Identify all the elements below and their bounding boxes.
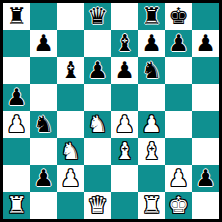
white-pawn: ♟ <box>60 165 81 192</box>
square-c2: ♟ <box>57 165 84 192</box>
square-f6: ♞ <box>138 57 165 84</box>
square-a1: ♜ <box>3 192 30 219</box>
square-f4: ♟ <box>138 111 165 138</box>
square-b1 <box>30 192 57 219</box>
square-b8 <box>30 3 57 30</box>
square-d5 <box>84 84 111 111</box>
square-c3: ♞ <box>57 138 84 165</box>
square-h8 <box>192 3 219 30</box>
black-pawn: ♟ <box>6 84 27 111</box>
square-c6: ♝ <box>57 57 84 84</box>
square-g7: ♟ <box>165 30 192 57</box>
square-e7: ♝ <box>111 30 138 57</box>
white-rook: ♜ <box>6 192 27 219</box>
square-f7: ♟ <box>138 30 165 57</box>
square-d8: ♛ <box>84 3 111 30</box>
square-h6 <box>192 57 219 84</box>
square-d4: ♞ <box>84 111 111 138</box>
black-pawn: ♟ <box>195 165 216 192</box>
square-d2 <box>84 165 111 192</box>
black-bishop: ♝ <box>114 30 135 57</box>
white-rook: ♜ <box>141 192 162 219</box>
square-a6 <box>3 57 30 84</box>
square-g2: ♟ <box>165 165 192 192</box>
square-e2 <box>111 165 138 192</box>
white-king: ♚ <box>168 192 189 219</box>
white-bishop: ♝ <box>114 138 135 165</box>
square-e5 <box>111 84 138 111</box>
chess-board: ♜♛♜♚♟♝♟♟♟♝♟♟♞♟♟♞♞♟♟♞♝♝♟♟♟♟♜♛♜♚ <box>3 3 219 219</box>
square-b4: ♞ <box>30 111 57 138</box>
square-c8 <box>57 3 84 30</box>
square-a4: ♟ <box>3 111 30 138</box>
white-knight: ♞ <box>87 111 108 138</box>
white-pawn: ♟ <box>141 111 162 138</box>
square-a5: ♟ <box>3 84 30 111</box>
square-a2 <box>3 165 30 192</box>
white-knight: ♞ <box>60 138 81 165</box>
square-c1 <box>57 192 84 219</box>
black-rook: ♜ <box>141 3 162 30</box>
black-pawn: ♟ <box>33 165 54 192</box>
square-f8: ♜ <box>138 3 165 30</box>
square-a3 <box>3 138 30 165</box>
square-d1: ♛ <box>84 192 111 219</box>
black-queen: ♛ <box>87 3 108 30</box>
square-d3 <box>84 138 111 165</box>
square-c7 <box>57 30 84 57</box>
square-g8: ♚ <box>165 3 192 30</box>
square-d7 <box>84 30 111 57</box>
square-a7 <box>3 30 30 57</box>
black-pawn: ♟ <box>114 57 135 84</box>
square-b2: ♟ <box>30 165 57 192</box>
square-g1: ♚ <box>165 192 192 219</box>
square-h3 <box>192 138 219 165</box>
black-pawn: ♟ <box>195 30 216 57</box>
black-pawn: ♟ <box>168 30 189 57</box>
square-c4 <box>57 111 84 138</box>
black-knight: ♞ <box>33 111 54 138</box>
square-h2: ♟ <box>192 165 219 192</box>
square-g4 <box>165 111 192 138</box>
black-king: ♚ <box>168 3 189 30</box>
square-e3: ♝ <box>111 138 138 165</box>
square-g5 <box>165 84 192 111</box>
square-h7: ♟ <box>192 30 219 57</box>
square-c5 <box>57 84 84 111</box>
chess-board-frame: ♜♛♜♚♟♝♟♟♟♝♟♟♞♟♟♞♞♟♟♞♝♝♟♟♟♟♜♛♜♚ <box>0 0 222 222</box>
black-knight: ♞ <box>141 57 162 84</box>
square-h5 <box>192 84 219 111</box>
square-e4: ♟ <box>111 111 138 138</box>
square-e6: ♟ <box>111 57 138 84</box>
square-b3 <box>30 138 57 165</box>
black-rook: ♜ <box>6 3 27 30</box>
square-b7: ♟ <box>30 30 57 57</box>
black-pawn: ♟ <box>33 30 54 57</box>
square-f3: ♝ <box>138 138 165 165</box>
square-h1 <box>192 192 219 219</box>
black-bishop: ♝ <box>60 57 81 84</box>
square-b5 <box>30 84 57 111</box>
square-g6 <box>165 57 192 84</box>
white-pawn: ♟ <box>168 165 189 192</box>
black-pawn: ♟ <box>141 30 162 57</box>
square-h4 <box>192 111 219 138</box>
black-pawn: ♟ <box>87 57 108 84</box>
square-f2 <box>138 165 165 192</box>
square-g3 <box>165 138 192 165</box>
square-d6: ♟ <box>84 57 111 84</box>
white-bishop: ♝ <box>141 138 162 165</box>
square-e1 <box>111 192 138 219</box>
white-queen: ♛ <box>87 192 108 219</box>
square-f1: ♜ <box>138 192 165 219</box>
square-e8 <box>111 3 138 30</box>
square-f5 <box>138 84 165 111</box>
square-b6 <box>30 57 57 84</box>
white-pawn: ♟ <box>114 111 135 138</box>
white-pawn: ♟ <box>6 111 27 138</box>
square-a8: ♜ <box>3 3 30 30</box>
